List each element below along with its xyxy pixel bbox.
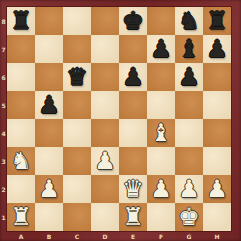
square-e2[interactable]: ♛ [119, 175, 147, 203]
black-queen[interactable]: ♛ [66, 63, 88, 91]
square-g1[interactable]: ♚ [175, 203, 203, 231]
square-a1[interactable]: ♜ [7, 203, 35, 231]
black-pawn[interactable]: ♟ [38, 91, 60, 119]
rank-label-8: 8 [0, 7, 7, 35]
square-f3[interactable] [147, 147, 175, 175]
square-c5[interactable] [63, 91, 91, 119]
rank-label-5: 5 [0, 91, 7, 119]
rank-label-2: 2 [0, 175, 7, 203]
square-a4[interactable] [7, 119, 35, 147]
rank-label-6: 6 [0, 63, 7, 91]
white-queen[interactable]: ♛ [122, 175, 144, 203]
square-b4[interactable] [35, 119, 63, 147]
white-rook[interactable]: ♜ [122, 203, 144, 231]
square-c8[interactable] [63, 7, 91, 35]
black-pawn[interactable]: ♟ [178, 63, 200, 91]
square-c1[interactable] [63, 203, 91, 231]
square-e1[interactable]: ♜ [119, 203, 147, 231]
square-c2[interactable] [63, 175, 91, 203]
square-g4[interactable] [175, 119, 203, 147]
white-rook[interactable]: ♜ [10, 203, 32, 231]
square-e4[interactable] [119, 119, 147, 147]
file-label-a: A [7, 232, 35, 241]
square-c3[interactable] [63, 147, 91, 175]
black-pawn[interactable]: ♟ [206, 35, 228, 63]
rank-label-3: 3 [0, 147, 7, 175]
square-d4[interactable] [91, 119, 119, 147]
file-label-d: D [91, 232, 119, 241]
square-a8[interactable]: ♜ [7, 7, 35, 35]
white-bishop[interactable]: ♝ [150, 119, 172, 147]
square-f5[interactable] [147, 91, 175, 119]
square-b7[interactable] [35, 35, 63, 63]
square-h1[interactable] [203, 203, 231, 231]
square-h8[interactable]: ♜ [203, 7, 231, 35]
file-label-h: H [203, 232, 231, 241]
square-c7[interactable] [63, 35, 91, 63]
square-a7[interactable] [7, 35, 35, 63]
square-b1[interactable] [35, 203, 63, 231]
square-e6[interactable]: ♟ [119, 63, 147, 91]
square-e8[interactable]: ♚ [119, 7, 147, 35]
black-king[interactable]: ♚ [122, 7, 144, 35]
square-h5[interactable] [203, 91, 231, 119]
square-d7[interactable] [91, 35, 119, 63]
square-h7[interactable]: ♟ [203, 35, 231, 63]
file-label-e: E [119, 232, 147, 241]
square-e7[interactable] [119, 35, 147, 63]
white-pawn[interactable]: ♟ [150, 175, 172, 203]
white-king[interactable]: ♚ [178, 203, 200, 231]
square-g2[interactable]: ♟ [175, 175, 203, 203]
square-a2[interactable] [7, 175, 35, 203]
black-pawn[interactable]: ♟ [150, 35, 172, 63]
square-d3[interactable]: ♟ [91, 147, 119, 175]
square-g3[interactable] [175, 147, 203, 175]
square-b5[interactable]: ♟ [35, 91, 63, 119]
square-d1[interactable] [91, 203, 119, 231]
file-label-g: G [175, 232, 203, 241]
square-f6[interactable] [147, 63, 175, 91]
file-label-c: C [63, 232, 91, 241]
square-f8[interactable] [147, 7, 175, 35]
square-h2[interactable]: ♟ [203, 175, 231, 203]
white-knight[interactable]: ♞ [10, 147, 32, 175]
square-d8[interactable] [91, 7, 119, 35]
black-rook[interactable]: ♜ [10, 7, 32, 35]
square-c6[interactable]: ♛ [63, 63, 91, 91]
square-f4[interactable]: ♝ [147, 119, 175, 147]
square-h3[interactable] [203, 147, 231, 175]
square-e3[interactable] [119, 147, 147, 175]
square-c4[interactable] [63, 119, 91, 147]
black-rook[interactable]: ♜ [206, 7, 228, 35]
square-d2[interactable] [91, 175, 119, 203]
square-e5[interactable] [119, 91, 147, 119]
square-f2[interactable]: ♟ [147, 175, 175, 203]
white-pawn[interactable]: ♟ [38, 175, 60, 203]
file-label-f: F [147, 232, 175, 241]
square-h6[interactable] [203, 63, 231, 91]
square-g8[interactable]: ♞ [175, 7, 203, 35]
square-f1[interactable] [147, 203, 175, 231]
square-g6[interactable]: ♟ [175, 63, 203, 91]
black-knight[interactable]: ♞ [178, 7, 200, 35]
square-a5[interactable] [7, 91, 35, 119]
square-b8[interactable] [35, 7, 63, 35]
white-pawn[interactable]: ♟ [94, 147, 116, 175]
black-bishop[interactable]: ♝ [178, 35, 200, 63]
rank-label-1: 1 [0, 203, 7, 231]
square-d6[interactable] [91, 63, 119, 91]
square-h4[interactable] [203, 119, 231, 147]
black-pawn[interactable]: ♟ [122, 63, 144, 91]
square-b6[interactable] [35, 63, 63, 91]
rank-label-4: 4 [0, 119, 7, 147]
square-a6[interactable] [7, 63, 35, 91]
white-pawn[interactable]: ♟ [178, 175, 200, 203]
chess-board-frame: ♜♚♞♜♟♝♟♛♟♟♟♝♞♟♟♛♟♟♟♜♜♚ 87654321 ABCDEFGH [0, 0, 241, 241]
white-pawn[interactable]: ♟ [206, 175, 228, 203]
square-b2[interactable]: ♟ [35, 175, 63, 203]
rank-label-7: 7 [0, 35, 7, 63]
square-g5[interactable] [175, 91, 203, 119]
square-d5[interactable] [91, 91, 119, 119]
square-g7[interactable]: ♝ [175, 35, 203, 63]
chess-board: ♜♚♞♜♟♝♟♛♟♟♟♝♞♟♟♛♟♟♟♜♜♚ [7, 7, 231, 231]
square-b3[interactable] [35, 147, 63, 175]
square-f7[interactable]: ♟ [147, 35, 175, 63]
square-a3[interactable]: ♞ [7, 147, 35, 175]
file-label-b: B [35, 232, 63, 241]
